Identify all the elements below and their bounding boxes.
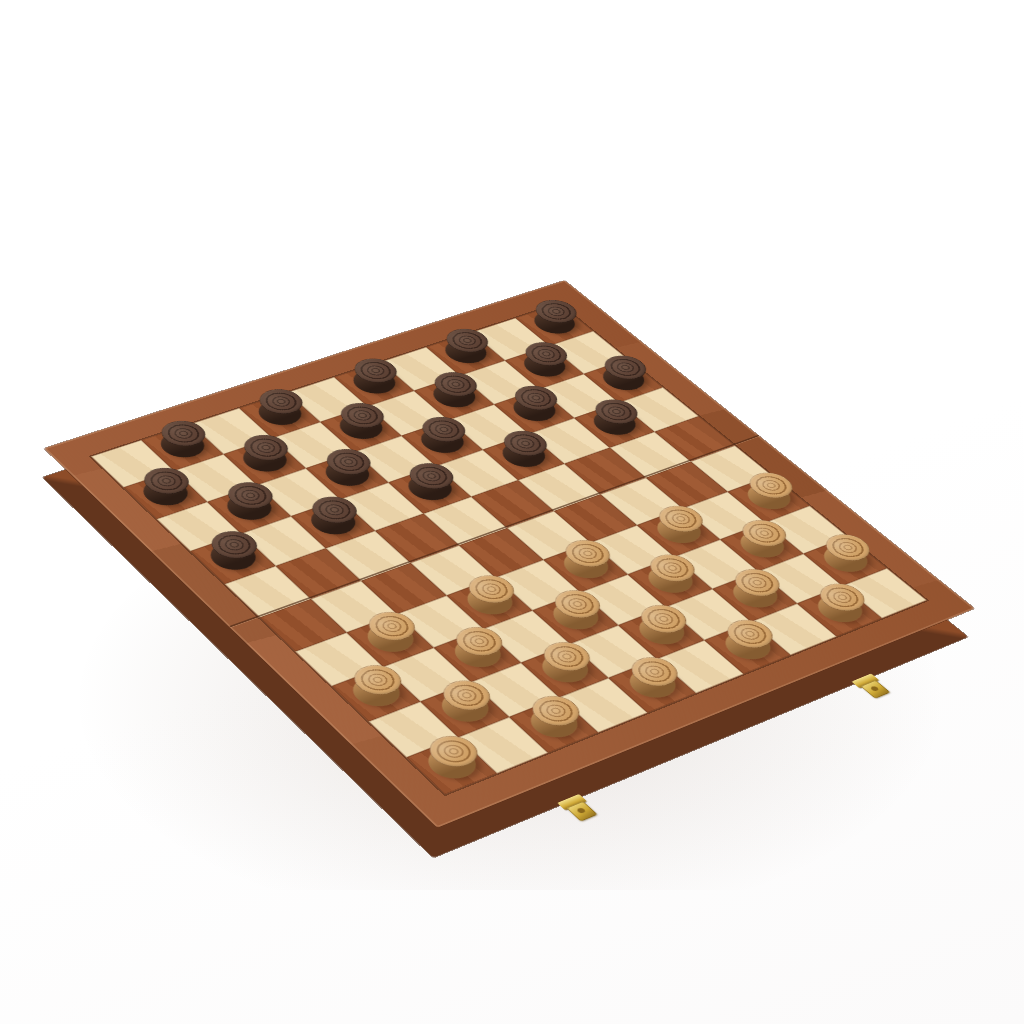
light-piece[interactable] bbox=[555, 549, 617, 586]
dark-piece[interactable] bbox=[135, 477, 196, 512]
dark-piece[interactable] bbox=[250, 398, 309, 431]
dark-piece[interactable] bbox=[218, 491, 279, 527]
light-piece[interactable] bbox=[344, 674, 409, 714]
dark-piece[interactable] bbox=[235, 444, 295, 478]
dark-piece[interactable] bbox=[152, 430, 212, 464]
brass-clasp-left bbox=[556, 793, 604, 824]
board-grid bbox=[91, 304, 927, 795]
light-piece[interactable] bbox=[620, 666, 684, 705]
light-piece[interactable] bbox=[458, 584, 521, 622]
dark-piece[interactable] bbox=[202, 540, 265, 577]
dark-piece[interactable] bbox=[302, 506, 364, 542]
board-scene bbox=[173, 194, 841, 862]
photo-backdrop bbox=[0, 0, 1024, 1024]
dark-piece[interactable] bbox=[400, 472, 461, 507]
light-piece[interactable] bbox=[419, 745, 485, 787]
dark-piece[interactable] bbox=[412, 426, 472, 460]
dark-piece[interactable] bbox=[594, 365, 652, 397]
draughts-board bbox=[44, 280, 974, 827]
